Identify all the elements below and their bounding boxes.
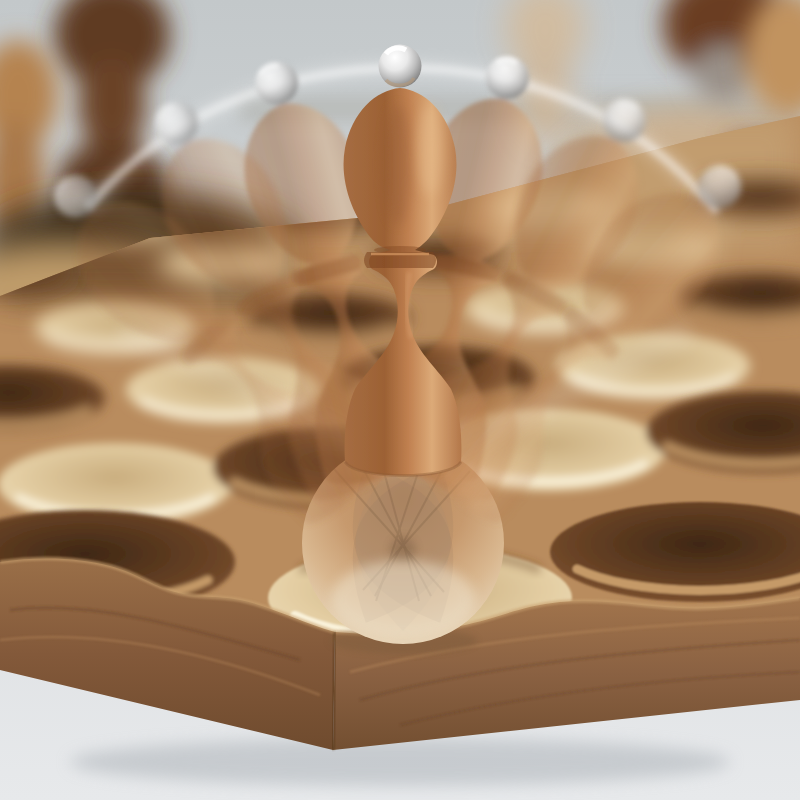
wobble-chess-photo [0,0,800,800]
chrome-ball [379,45,422,88]
bulb-crease-shadow [384,105,412,225]
board-ground-shadow [70,738,730,786]
blurred-chrome-ball [693,45,753,105]
corner-seam [333,632,335,750]
bulb-highlight [418,105,442,195]
